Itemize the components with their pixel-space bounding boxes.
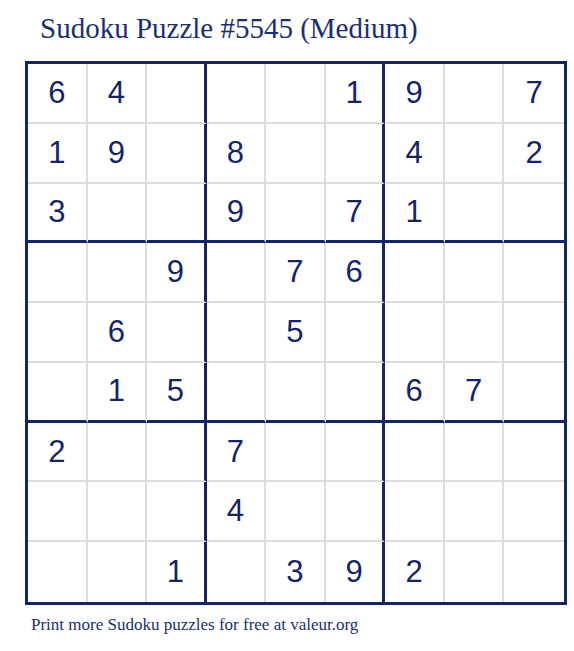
- cell-r8c9: [504, 482, 564, 542]
- cell-r9c3: 1: [147, 542, 207, 602]
- cell-r1c9: 7: [504, 64, 564, 124]
- cell-r2c4: 8: [207, 124, 267, 184]
- cell-r1c7: 9: [385, 64, 445, 124]
- cell-r1c1: 6: [28, 64, 88, 124]
- cell-r5c9: [504, 303, 564, 363]
- cell-r6c6: [326, 363, 386, 423]
- cell-r2c5: [266, 124, 326, 184]
- cell-r9c1: [28, 542, 88, 602]
- cell-r5c6: [326, 303, 386, 363]
- cell-r4c6: 6: [326, 243, 386, 303]
- cell-r8c1: [28, 482, 88, 542]
- cell-r1c8: [445, 64, 505, 124]
- cell-r6c2: 1: [88, 363, 148, 423]
- cell-r3c6: 7: [326, 184, 386, 244]
- cell-r8c5: [266, 482, 326, 542]
- cell-r3c8: [445, 184, 505, 244]
- cell-r8c2: [88, 482, 148, 542]
- cell-r5c4: [207, 303, 267, 363]
- cell-r6c9: [504, 363, 564, 423]
- cell-r6c5: [266, 363, 326, 423]
- cell-r5c3: [147, 303, 207, 363]
- cell-r5c2: 6: [88, 303, 148, 363]
- cell-r4c8: [445, 243, 505, 303]
- cell-r3c3: [147, 184, 207, 244]
- cell-r2c9: 2: [504, 124, 564, 184]
- cell-r9c9: [504, 542, 564, 602]
- cell-r2c3: [147, 124, 207, 184]
- page-title: Sudoku Puzzle #5545 (Medium): [40, 12, 418, 45]
- cell-r6c4: [207, 363, 267, 423]
- cell-r7c4: 7: [207, 423, 267, 483]
- cell-r9c7: 2: [385, 542, 445, 602]
- cell-r3c2: [88, 184, 148, 244]
- cell-r4c9: [504, 243, 564, 303]
- cell-r7c2: [88, 423, 148, 483]
- cell-r5c8: [445, 303, 505, 363]
- cell-r1c4: [207, 64, 267, 124]
- cell-r9c6: 9: [326, 542, 386, 602]
- cell-r3c7: 1: [385, 184, 445, 244]
- cell-r1c3: [147, 64, 207, 124]
- cell-r9c5: 3: [266, 542, 326, 602]
- cell-r7c7: [385, 423, 445, 483]
- cell-r5c1: [28, 303, 88, 363]
- cell-r8c4: 4: [207, 482, 267, 542]
- cell-r8c7: [385, 482, 445, 542]
- cell-r7c6: [326, 423, 386, 483]
- cell-r4c7: [385, 243, 445, 303]
- cell-r3c9: [504, 184, 564, 244]
- cell-r3c4: 9: [207, 184, 267, 244]
- cell-r6c8: 7: [445, 363, 505, 423]
- cell-r3c5: [266, 184, 326, 244]
- cell-r7c9: [504, 423, 564, 483]
- cell-r1c2: 4: [88, 64, 148, 124]
- cell-r7c5: [266, 423, 326, 483]
- cell-r7c8: [445, 423, 505, 483]
- cell-r5c5: 5: [266, 303, 326, 363]
- cell-r8c6: [326, 482, 386, 542]
- cell-r9c2: [88, 542, 148, 602]
- cell-r9c4: [207, 542, 267, 602]
- cell-r1c6: 1: [326, 64, 386, 124]
- cell-r6c7: 6: [385, 363, 445, 423]
- cell-r5c7: [385, 303, 445, 363]
- cell-r7c3: [147, 423, 207, 483]
- cell-r2c2: 9: [88, 124, 148, 184]
- cell-r1c5: [266, 64, 326, 124]
- cell-r4c2: [88, 243, 148, 303]
- cell-r6c3: 5: [147, 363, 207, 423]
- cell-r4c5: 7: [266, 243, 326, 303]
- sudoku-page: Sudoku Puzzle #5545 (Medium) 64197198423…: [0, 0, 574, 651]
- cell-r4c3: 9: [147, 243, 207, 303]
- cell-r4c1: [28, 243, 88, 303]
- cell-r3c1: 3: [28, 184, 88, 244]
- cell-r2c8: [445, 124, 505, 184]
- cell-r7c1: 2: [28, 423, 88, 483]
- cell-r9c8: [445, 542, 505, 602]
- cell-r2c7: 4: [385, 124, 445, 184]
- footer-text: Print more Sudoku puzzles for free at va…: [31, 615, 358, 635]
- cell-r4c4: [207, 243, 267, 303]
- cell-r8c3: [147, 482, 207, 542]
- cell-r2c6: [326, 124, 386, 184]
- cell-r6c1: [28, 363, 88, 423]
- sudoku-board: 641971984239719766515672741392: [25, 61, 567, 605]
- cell-r2c1: 1: [28, 124, 88, 184]
- cell-r8c8: [445, 482, 505, 542]
